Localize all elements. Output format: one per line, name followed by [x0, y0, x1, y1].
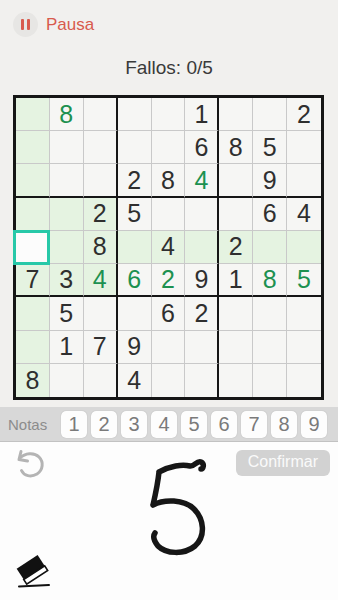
cell-r8c6[interactable]: [185, 331, 219, 364]
cell-r5c3[interactable]: 8: [84, 231, 118, 264]
cell-r8c1[interactable]: [16, 331, 50, 364]
cell-r6c6[interactable]: 9: [185, 264, 219, 297]
cell-r4c7[interactable]: [219, 198, 253, 231]
notes-bar: Notas 123456789: [0, 407, 338, 442]
cell-r3c2[interactable]: [50, 164, 84, 197]
cell-r3c6[interactable]: 4: [185, 164, 219, 197]
undo-icon[interactable]: [12, 449, 46, 481]
cell-r4c2[interactable]: [50, 198, 84, 231]
cell-r6c1[interactable]: 7: [16, 264, 50, 297]
cell-r9c2[interactable]: [50, 364, 84, 397]
cell-r4c1[interactable]: [16, 198, 50, 231]
cell-r9c6[interactable]: [185, 364, 219, 397]
pause-icon: [13, 12, 38, 37]
cell-r9c7[interactable]: [219, 364, 253, 397]
cell-r6c4[interactable]: 6: [118, 264, 152, 297]
cell-r5c1[interactable]: [16, 231, 50, 264]
cell-r2c9[interactable]: [287, 131, 321, 164]
cell-r2c1[interactable]: [16, 131, 50, 164]
cell-r8c5[interactable]: [152, 331, 186, 364]
cell-r3c1[interactable]: [16, 164, 50, 197]
cell-r1c1[interactable]: [16, 98, 50, 131]
cell-r7c1[interactable]: [16, 297, 50, 330]
cell-r8c9[interactable]: [287, 331, 321, 364]
cell-r3c8[interactable]: 9: [253, 164, 287, 197]
cell-r3c9[interactable]: [287, 164, 321, 197]
cell-r4c9[interactable]: 4: [287, 198, 321, 231]
cell-r9c3[interactable]: [84, 364, 118, 397]
cell-r6c7[interactable]: 1: [219, 264, 253, 297]
cell-r7c5[interactable]: 6: [152, 297, 186, 330]
pause-label: Pausa: [46, 15, 94, 35]
cell-r8c2[interactable]: 1: [50, 331, 84, 364]
confirm-button[interactable]: Confirmar: [236, 450, 330, 476]
cell-r5c7[interactable]: 2: [219, 231, 253, 264]
cell-r1c9[interactable]: 2: [287, 98, 321, 131]
cell-r3c4[interactable]: 2: [118, 164, 152, 197]
cell-r6c3[interactable]: 4: [84, 264, 118, 297]
cell-r1c7[interactable]: [219, 98, 253, 131]
cell-r1c6[interactable]: 1: [185, 98, 219, 131]
cell-r9c4[interactable]: 4: [118, 364, 152, 397]
cell-r7c6[interactable]: 2: [185, 297, 219, 330]
cell-r4c8[interactable]: 6: [253, 198, 287, 231]
number-button-3[interactable]: 3: [121, 411, 147, 438]
cell-r1c4[interactable]: [118, 98, 152, 131]
cell-r2c8[interactable]: 5: [253, 131, 287, 164]
number-button-1[interactable]: 1: [61, 411, 87, 438]
number-button-7[interactable]: 7: [241, 411, 267, 438]
cell-r7c2[interactable]: 5: [50, 297, 84, 330]
cell-r3c3[interactable]: [84, 164, 118, 197]
cell-r9c8[interactable]: [253, 364, 287, 397]
pause-button[interactable]: Pausa: [13, 12, 94, 37]
number-buttons: 123456789: [61, 411, 327, 438]
cell-r4c5[interactable]: [152, 198, 186, 231]
cell-r7c4[interactable]: [118, 297, 152, 330]
cell-r5c9[interactable]: [287, 231, 321, 264]
cell-r5c5[interactable]: 4: [152, 231, 186, 264]
cell-r1c5[interactable]: [152, 98, 186, 131]
cell-r5c2[interactable]: [50, 231, 84, 264]
sudoku-grid: 8126852849256484273462918556217984: [13, 95, 324, 400]
cell-r3c5[interactable]: 8: [152, 164, 186, 197]
cell-r5c4[interactable]: [118, 231, 152, 264]
handwritten-digit-5: [120, 445, 230, 560]
cell-r2c6[interactable]: 6: [185, 131, 219, 164]
number-button-8[interactable]: 8: [271, 411, 297, 438]
cell-r9c1[interactable]: 8: [16, 364, 50, 397]
cell-r7c7[interactable]: [219, 297, 253, 330]
cell-r7c9[interactable]: [287, 297, 321, 330]
cell-r4c3[interactable]: 2: [84, 198, 118, 231]
notes-toggle[interactable]: Notas: [8, 416, 47, 433]
cell-r4c4[interactable]: 5: [118, 198, 152, 231]
cell-r2c5[interactable]: [152, 131, 186, 164]
cell-r2c3[interactable]: [84, 131, 118, 164]
cell-r1c2[interactable]: 8: [50, 98, 84, 131]
cell-r2c4[interactable]: [118, 131, 152, 164]
cell-r6c9[interactable]: 5: [287, 264, 321, 297]
cell-r5c8[interactable]: [253, 231, 287, 264]
cell-r8c8[interactable]: [253, 331, 287, 364]
cell-r1c3[interactable]: [84, 98, 118, 131]
handwriting-canvas[interactable]: Confirmar: [0, 442, 338, 600]
mistakes-counter: Fallos: 0/5: [0, 57, 338, 79]
cell-r9c5[interactable]: [152, 364, 186, 397]
sudoku-app: Pausa Fallos: 0/5 8126852849256484273462…: [0, 0, 338, 600]
cell-r8c7[interactable]: [219, 331, 253, 364]
cell-r3c7[interactable]: [219, 164, 253, 197]
cell-r4c6[interactable]: [185, 198, 219, 231]
cell-r9c9[interactable]: [287, 364, 321, 397]
number-button-2[interactable]: 2: [91, 411, 117, 438]
cell-r6c5[interactable]: 2: [152, 264, 186, 297]
cell-r2c2[interactable]: [50, 131, 84, 164]
cell-r6c8[interactable]: 8: [253, 264, 287, 297]
cell-r8c4[interactable]: 9: [118, 331, 152, 364]
cell-r7c8[interactable]: [253, 297, 287, 330]
number-button-6[interactable]: 6: [211, 411, 237, 438]
eraser-icon[interactable]: [13, 548, 55, 592]
cell-r1c8[interactable]: [253, 98, 287, 131]
cell-r2c7[interactable]: 8: [219, 131, 253, 164]
cell-r8c3[interactable]: 7: [84, 331, 118, 364]
number-button-4[interactable]: 4: [151, 411, 177, 438]
cell-r6c2[interactable]: 3: [50, 264, 84, 297]
cell-r5c6[interactable]: [185, 231, 219, 264]
number-button-5[interactable]: 5: [181, 411, 207, 438]
number-button-9[interactable]: 9: [301, 411, 327, 438]
cell-r7c3[interactable]: [84, 297, 118, 330]
